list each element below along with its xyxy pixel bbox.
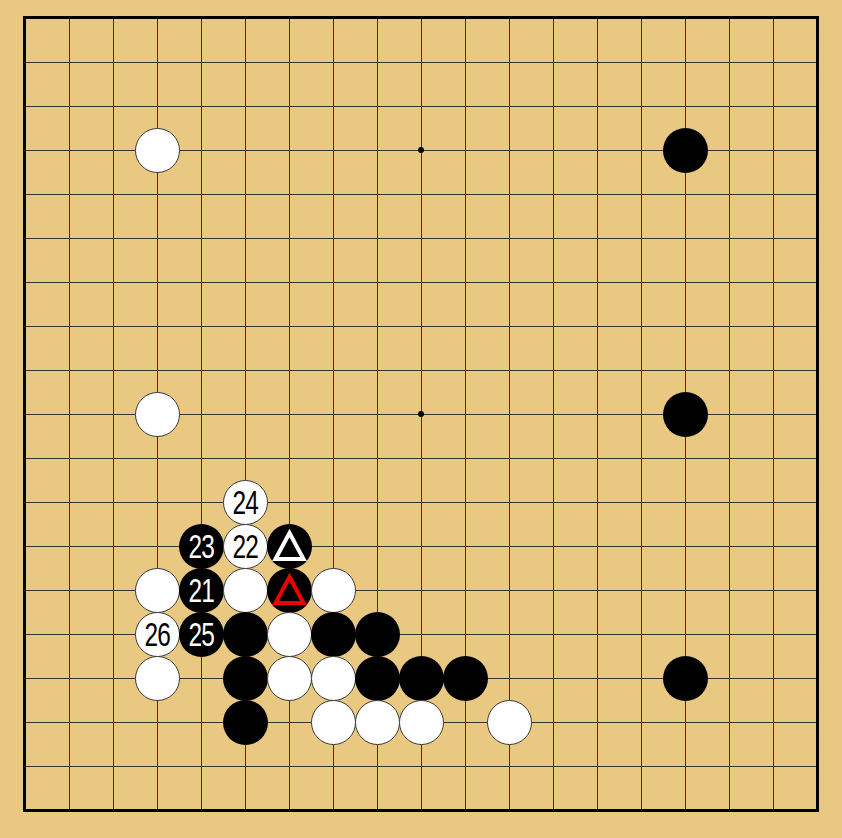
stone-black <box>443 656 488 701</box>
stone-white <box>267 656 312 701</box>
stone-black <box>355 612 400 657</box>
stone-white <box>135 656 180 701</box>
move-number-label: 21 <box>188 574 214 607</box>
stone-white: 24 <box>223 480 268 525</box>
stone-black <box>399 656 444 701</box>
stone-white: 22 <box>223 524 268 569</box>
stone-black <box>663 392 708 437</box>
stone-black: 25 <box>179 612 224 657</box>
move-number-label: 22 <box>232 530 258 563</box>
stone-black <box>267 524 312 569</box>
stone-white <box>355 700 400 745</box>
stone-black <box>223 656 268 701</box>
stone-white: 26 <box>135 612 180 657</box>
move-number-label: 25 <box>188 618 214 651</box>
stone-black <box>355 656 400 701</box>
board-intersections: 242322212625 <box>3 0 839 832</box>
stone-white <box>311 700 356 745</box>
star-point <box>418 147 424 153</box>
red-triangle-mark-icon <box>267 568 312 613</box>
stone-white <box>267 612 312 657</box>
stone-black <box>267 568 312 613</box>
stone-white <box>487 700 532 745</box>
stone-white <box>135 128 180 173</box>
stone-black: 23 <box>179 524 224 569</box>
stone-black <box>663 656 708 701</box>
stone-white <box>135 392 180 437</box>
stone-black <box>663 128 708 173</box>
white-triangle-mark-icon <box>267 524 312 569</box>
star-point <box>418 411 424 417</box>
stone-white <box>399 700 444 745</box>
stone-black <box>311 612 356 657</box>
stone-black <box>223 612 268 657</box>
stone-white <box>311 656 356 701</box>
move-number-label: 24 <box>232 486 258 519</box>
stone-white <box>311 568 356 613</box>
stone-black: 21 <box>179 568 224 613</box>
go-board[interactable]: 242322212625 <box>0 0 842 838</box>
stone-white <box>223 568 268 613</box>
move-number-label: 26 <box>144 618 170 651</box>
stone-black <box>223 700 268 745</box>
move-number-label: 23 <box>188 530 214 563</box>
stone-white <box>135 568 180 613</box>
